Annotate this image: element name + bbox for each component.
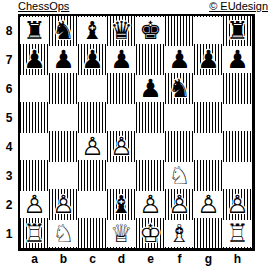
square-h7[interactable]: ♟♟ — [223, 45, 252, 74]
white-pawn: ♟♙ — [49, 190, 78, 219]
piece-glyph: ♜ — [20, 16, 49, 45]
square-e6[interactable]: ♟♟ — [136, 74, 165, 103]
piece-glyph: ♟ — [136, 74, 165, 103]
square-f5[interactable] — [165, 103, 194, 132]
square-b8[interactable]: ♞♞ — [49, 16, 78, 45]
square-b7[interactable]: ♟♟ — [49, 45, 78, 74]
black-knight: ♞♞ — [49, 16, 78, 45]
square-c1[interactable] — [78, 219, 107, 248]
white-pawn: ♟♙ — [20, 190, 49, 219]
square-d1[interactable]: ♛♕ — [107, 219, 136, 248]
square-g4[interactable] — [194, 132, 223, 161]
white-pawn: ♟♙ — [78, 132, 107, 161]
piece-glyph: ♙ — [78, 132, 107, 161]
square-h2[interactable]: ♟♙ — [223, 190, 252, 219]
square-e3[interactable] — [136, 161, 165, 190]
square-b3[interactable] — [49, 161, 78, 190]
chess-board: ♜♜♞♞♝♝♛♛♚♚♜♜♟♟♟♟♟♟♟♟♟♟♟♟♟♟♟♟♞♞♟♙♟♙♞♘♟♙♟♙… — [18, 14, 255, 251]
square-a6[interactable] — [20, 74, 49, 103]
white-knight: ♞♘ — [49, 219, 78, 248]
file-label-g: g — [194, 252, 223, 266]
black-rook: ♜♜ — [223, 16, 252, 45]
square-c8[interactable]: ♝♝ — [78, 16, 107, 45]
white-queen: ♛♕ — [107, 219, 136, 248]
square-g8[interactable] — [194, 16, 223, 45]
black-rook: ♜♜ — [20, 16, 49, 45]
file-labels: abcdefgh — [20, 252, 252, 266]
piece-glyph: ♟ — [78, 45, 107, 74]
white-pawn: ♟♙ — [107, 132, 136, 161]
square-c2[interactable] — [78, 190, 107, 219]
square-h4[interactable] — [223, 132, 252, 161]
square-g7[interactable]: ♟♟ — [194, 45, 223, 74]
black-pawn: ♟♟ — [194, 45, 223, 74]
black-pawn: ♟♟ — [20, 45, 49, 74]
piece-glyph: ♙ — [194, 190, 223, 219]
piece-glyph: ♟ — [165, 45, 194, 74]
square-e4[interactable] — [136, 132, 165, 161]
piece-glyph: ♖ — [20, 219, 49, 248]
black-pawn: ♟♟ — [78, 45, 107, 74]
square-e7[interactable] — [136, 45, 165, 74]
file-label-d: d — [107, 252, 136, 266]
rank-label-5: 5 — [0, 103, 18, 132]
white-rook: ♜♖ — [20, 219, 49, 248]
black-king: ♚♚ — [136, 16, 165, 45]
file-label-e: e — [136, 252, 165, 266]
piece-glyph: ♙ — [165, 190, 194, 219]
credit-link[interactable]: © EUdesign — [209, 0, 268, 13]
piece-glyph: ♗ — [165, 219, 194, 248]
rank-label-1: 1 — [0, 219, 18, 248]
white-king: ♚♔ — [136, 219, 165, 248]
square-c6[interactable] — [78, 74, 107, 103]
square-h5[interactable] — [223, 103, 252, 132]
rank-labels: 87654321 — [0, 16, 18, 248]
rank-label-4: 4 — [0, 132, 18, 161]
black-pawn: ♟♟ — [223, 45, 252, 74]
piece-glyph: ♘ — [165, 161, 194, 190]
square-a7[interactable]: ♟♟ — [20, 45, 49, 74]
square-c3[interactable] — [78, 161, 107, 190]
black-queen: ♛♛ — [107, 16, 136, 45]
black-bishop: ♝♝ — [78, 16, 107, 45]
square-f7[interactable]: ♟♟ — [165, 45, 194, 74]
white-knight: ♞♘ — [165, 161, 194, 190]
piece-glyph: ♟ — [49, 45, 78, 74]
piece-glyph: ♟ — [107, 45, 136, 74]
piece-glyph: ♙ — [223, 190, 252, 219]
chessops-diagram: ChessOps © EUdesign 87654321 ♜♜♞♞♝♝♛♛♚♚♜… — [0, 0, 270, 270]
white-pawn: ♟♙ — [165, 190, 194, 219]
square-a5[interactable] — [20, 103, 49, 132]
square-d4[interactable]: ♟♙ — [107, 132, 136, 161]
square-e2[interactable]: ♟♙ — [136, 190, 165, 219]
square-d5[interactable] — [107, 103, 136, 132]
piece-glyph: ♕ — [107, 219, 136, 248]
piece-glyph: ♞ — [49, 16, 78, 45]
app-title-link[interactable]: ChessOps — [18, 0, 69, 13]
square-f2[interactable]: ♟♙ — [165, 190, 194, 219]
square-g2[interactable]: ♟♙ — [194, 190, 223, 219]
square-h8[interactable]: ♜♜ — [223, 16, 252, 45]
square-a2[interactable]: ♟♙ — [20, 190, 49, 219]
piece-glyph: ♖ — [223, 219, 252, 248]
square-c4[interactable]: ♟♙ — [78, 132, 107, 161]
white-pawn: ♟♙ — [136, 190, 165, 219]
square-h1[interactable]: ♜♖ — [223, 219, 252, 248]
square-e5[interactable] — [136, 103, 165, 132]
black-pawn: ♟♟ — [165, 45, 194, 74]
file-label-c: c — [78, 252, 107, 266]
square-b4[interactable] — [49, 132, 78, 161]
piece-glyph: ♟ — [223, 45, 252, 74]
square-a1[interactable]: ♜♖ — [20, 219, 49, 248]
square-b1[interactable]: ♞♘ — [49, 219, 78, 248]
piece-glyph: ♚ — [136, 16, 165, 45]
square-a3[interactable] — [20, 161, 49, 190]
file-label-h: h — [223, 252, 252, 266]
square-d7[interactable]: ♟♟ — [107, 45, 136, 74]
file-label-b: b — [49, 252, 78, 266]
file-label-f: f — [165, 252, 194, 266]
square-d6[interactable] — [107, 74, 136, 103]
rank-label-6: 6 — [0, 74, 18, 103]
square-c5[interactable] — [78, 103, 107, 132]
square-f1[interactable]: ♝♗ — [165, 219, 194, 248]
white-pawn: ♟♙ — [223, 190, 252, 219]
rank-label-8: 8 — [0, 16, 18, 45]
piece-glyph: ♔ — [136, 219, 165, 248]
black-pawn: ♟♟ — [136, 74, 165, 103]
square-f3[interactable]: ♞♘ — [165, 161, 194, 190]
rank-label-2: 2 — [0, 190, 18, 219]
square-d2[interactable]: ♝♝ — [107, 190, 136, 219]
file-label-a: a — [20, 252, 49, 266]
rank-label-7: 7 — [0, 45, 18, 74]
piece-glyph: ♝ — [107, 190, 136, 219]
square-g3[interactable] — [194, 161, 223, 190]
square-g1[interactable] — [194, 219, 223, 248]
white-bishop: ♝♗ — [165, 219, 194, 248]
rank-label-3: 3 — [0, 161, 18, 190]
black-pawn: ♟♟ — [49, 45, 78, 74]
square-f4[interactable] — [165, 132, 194, 161]
square-b2[interactable]: ♟♙ — [49, 190, 78, 219]
square-d8[interactable]: ♛♛ — [107, 16, 136, 45]
square-e1[interactable]: ♚♔ — [136, 219, 165, 248]
piece-glyph: ♛ — [107, 16, 136, 45]
piece-glyph: ♙ — [20, 190, 49, 219]
square-d3[interactable] — [107, 161, 136, 190]
square-b6[interactable] — [49, 74, 78, 103]
square-f6[interactable]: ♞♞ — [165, 74, 194, 103]
black-knight: ♞♞ — [165, 74, 194, 103]
square-a8[interactable]: ♜♜ — [20, 16, 49, 45]
piece-glyph: ♜ — [223, 16, 252, 45]
square-a4[interactable] — [20, 132, 49, 161]
black-bishop: ♝♝ — [107, 190, 136, 219]
white-rook: ♜♖ — [223, 219, 252, 248]
square-h6[interactable] — [223, 74, 252, 103]
piece-glyph: ♞ — [165, 74, 194, 103]
square-g5[interactable] — [194, 103, 223, 132]
piece-glyph: ♙ — [107, 132, 136, 161]
square-h3[interactable] — [223, 161, 252, 190]
square-b5[interactable] — [49, 103, 78, 132]
square-f8[interactable] — [165, 16, 194, 45]
black-pawn: ♟♟ — [107, 45, 136, 74]
square-g6[interactable] — [194, 74, 223, 103]
piece-glyph: ♘ — [49, 219, 78, 248]
piece-glyph: ♙ — [49, 190, 78, 219]
white-pawn: ♟♙ — [194, 190, 223, 219]
piece-glyph: ♟ — [20, 45, 49, 74]
square-c7[interactable]: ♟♟ — [78, 45, 107, 74]
piece-glyph: ♝ — [78, 16, 107, 45]
square-e8[interactable]: ♚♚ — [136, 16, 165, 45]
piece-glyph: ♟ — [194, 45, 223, 74]
piece-glyph: ♙ — [136, 190, 165, 219]
